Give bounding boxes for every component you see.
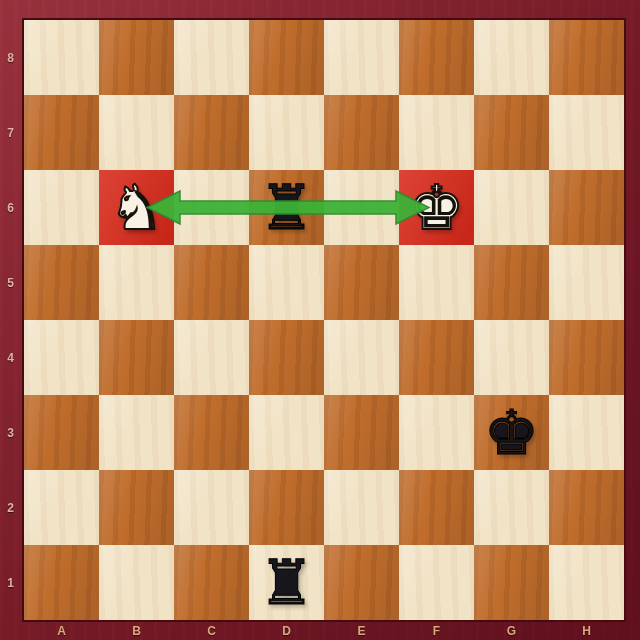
square-h3[interactable] bbox=[549, 395, 624, 470]
square-d5[interactable] bbox=[249, 245, 324, 320]
rank-label-4: 4 bbox=[0, 320, 21, 395]
chess-app-frame: ♞♜♚♚♜ ABCDEFGH 87654321 bbox=[0, 0, 640, 640]
square-a7[interactable] bbox=[24, 95, 99, 170]
square-b7[interactable] bbox=[99, 95, 174, 170]
rank-label-1: 1 bbox=[0, 545, 21, 620]
square-g5[interactable] bbox=[474, 245, 549, 320]
square-a6[interactable] bbox=[24, 170, 99, 245]
square-e4[interactable] bbox=[324, 320, 399, 395]
chess-board: ♞♜♚♚♜ bbox=[22, 18, 626, 622]
rank-label-3: 3 bbox=[0, 395, 21, 470]
square-a3[interactable] bbox=[24, 395, 99, 470]
square-h2[interactable] bbox=[549, 470, 624, 545]
rank-label-5: 5 bbox=[0, 245, 21, 320]
square-e2[interactable] bbox=[324, 470, 399, 545]
file-label-b: B bbox=[99, 623, 174, 639]
square-e7[interactable] bbox=[324, 95, 399, 170]
square-f8[interactable] bbox=[399, 20, 474, 95]
square-e6[interactable] bbox=[324, 170, 399, 245]
square-g8[interactable] bbox=[474, 20, 549, 95]
square-g3[interactable]: ♚ bbox=[474, 395, 549, 470]
square-e5[interactable] bbox=[324, 245, 399, 320]
square-d6[interactable]: ♜ bbox=[249, 170, 324, 245]
square-d1[interactable]: ♜ bbox=[249, 545, 324, 620]
square-c6[interactable] bbox=[174, 170, 249, 245]
square-g4[interactable] bbox=[474, 320, 549, 395]
white-knight[interactable]: ♞ bbox=[109, 170, 165, 245]
square-e8[interactable] bbox=[324, 20, 399, 95]
square-b5[interactable] bbox=[99, 245, 174, 320]
square-a8[interactable] bbox=[24, 20, 99, 95]
black-king[interactable]: ♚ bbox=[484, 395, 540, 470]
file-label-g: G bbox=[474, 623, 549, 639]
square-a1[interactable] bbox=[24, 545, 99, 620]
square-g7[interactable] bbox=[474, 95, 549, 170]
square-b2[interactable] bbox=[99, 470, 174, 545]
square-a4[interactable] bbox=[24, 320, 99, 395]
square-f2[interactable] bbox=[399, 470, 474, 545]
rank-label-7: 7 bbox=[0, 95, 21, 170]
square-c5[interactable] bbox=[174, 245, 249, 320]
square-d3[interactable] bbox=[249, 395, 324, 470]
square-h4[interactable] bbox=[549, 320, 624, 395]
file-label-e: E bbox=[324, 623, 399, 639]
square-f4[interactable] bbox=[399, 320, 474, 395]
square-a2[interactable] bbox=[24, 470, 99, 545]
square-g2[interactable] bbox=[474, 470, 549, 545]
white-king[interactable]: ♚ bbox=[409, 170, 465, 245]
square-f7[interactable] bbox=[399, 95, 474, 170]
square-b4[interactable] bbox=[99, 320, 174, 395]
square-f6[interactable]: ♚ bbox=[399, 170, 474, 245]
square-d8[interactable] bbox=[249, 20, 324, 95]
square-f3[interactable] bbox=[399, 395, 474, 470]
square-f1[interactable] bbox=[399, 545, 474, 620]
file-label-h: H bbox=[549, 623, 624, 639]
square-c7[interactable] bbox=[174, 95, 249, 170]
square-g1[interactable] bbox=[474, 545, 549, 620]
square-c2[interactable] bbox=[174, 470, 249, 545]
square-b1[interactable] bbox=[99, 545, 174, 620]
square-d2[interactable] bbox=[249, 470, 324, 545]
file-label-a: A bbox=[24, 623, 99, 639]
square-c1[interactable] bbox=[174, 545, 249, 620]
square-a5[interactable] bbox=[24, 245, 99, 320]
rank-label-2: 2 bbox=[0, 470, 21, 545]
square-c8[interactable] bbox=[174, 20, 249, 95]
square-h5[interactable] bbox=[549, 245, 624, 320]
file-label-f: F bbox=[399, 623, 474, 639]
square-c4[interactable] bbox=[174, 320, 249, 395]
file-label-c: C bbox=[174, 623, 249, 639]
black-rook[interactable]: ♜ bbox=[259, 545, 315, 620]
square-e3[interactable] bbox=[324, 395, 399, 470]
square-b6[interactable]: ♞ bbox=[99, 170, 174, 245]
square-f5[interactable] bbox=[399, 245, 474, 320]
square-d7[interactable] bbox=[249, 95, 324, 170]
square-b3[interactable] bbox=[99, 395, 174, 470]
square-h7[interactable] bbox=[549, 95, 624, 170]
rank-label-6: 6 bbox=[0, 170, 21, 245]
square-h1[interactable] bbox=[549, 545, 624, 620]
square-d4[interactable] bbox=[249, 320, 324, 395]
square-c3[interactable] bbox=[174, 395, 249, 470]
black-rook[interactable]: ♜ bbox=[259, 170, 315, 245]
square-e1[interactable] bbox=[324, 545, 399, 620]
square-g6[interactable] bbox=[474, 170, 549, 245]
rank-label-8: 8 bbox=[0, 20, 21, 95]
square-h6[interactable] bbox=[549, 170, 624, 245]
square-b8[interactable] bbox=[99, 20, 174, 95]
square-h8[interactable] bbox=[549, 20, 624, 95]
file-label-d: D bbox=[249, 623, 324, 639]
